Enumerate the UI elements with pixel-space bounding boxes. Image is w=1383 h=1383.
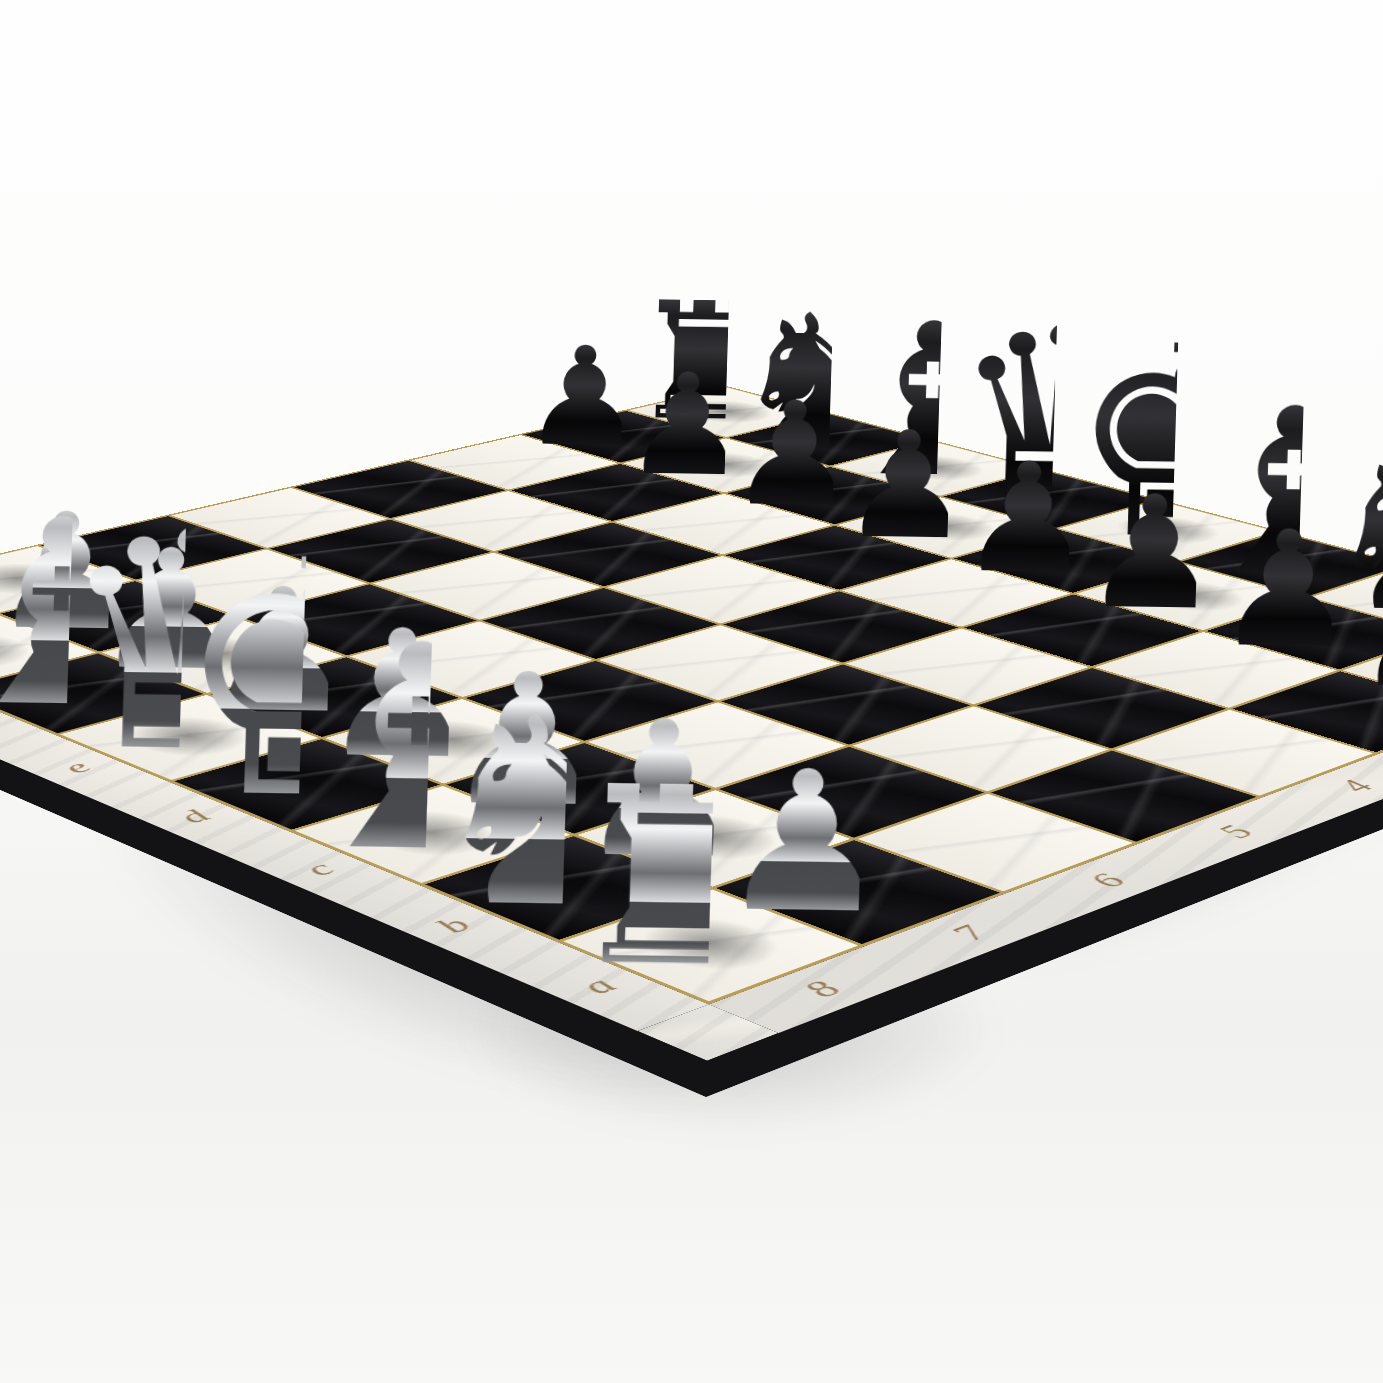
black-pawn[interactable]: ♟	[622, 354, 728, 495]
silver-king[interactable]: ♚	[165, 501, 307, 847]
silver-queen[interactable]: ♛	[50, 490, 187, 794]
black-pawn[interactable]: ♟	[1213, 508, 1334, 670]
black-pawn[interactable]: ♟	[727, 382, 835, 527]
silver-knight[interactable]: ♞	[420, 681, 569, 944]
silver-rook[interactable]: ♜	[561, 754, 715, 1001]
silver-bishop[interactable]: ♝	[288, 607, 433, 891]
black-pawn[interactable]: ♟	[521, 328, 624, 466]
black-pawn[interactable]: ♟	[957, 441, 1071, 594]
studio-scene: hgfedcba 12345678 ♜♞♝♛♚♝♞♜♟♟♟♟♟♟♟♟♟♟♟♟♟♟…	[0, 0, 1383, 1383]
camera-tilt: hgfedcba 12345678 ♜♞♝♛♚♝♞♜♟♟♟♟♟♟♟♟♟♟♟♟♟♟…	[0, 0, 1383, 1383]
perspective-stretch: hgfedcba 12345678 ♜♞♝♛♚♝♞♜♟♟♟♟♟♟♟♟♟♟♟♟♟♟…	[0, 0, 1383, 1383]
black-pawn[interactable]: ♟	[1353, 545, 1383, 712]
black-pawn[interactable]: ♟	[1081, 474, 1199, 631]
black-pawn[interactable]: ♟	[839, 411, 950, 560]
chess-board: hgfedcba 12345678 ♜♞♝♛♚♝♞♜♟♟♟♟♟♟♟♟♟♟♟♟♟♟…	[0, 366, 1383, 1061]
